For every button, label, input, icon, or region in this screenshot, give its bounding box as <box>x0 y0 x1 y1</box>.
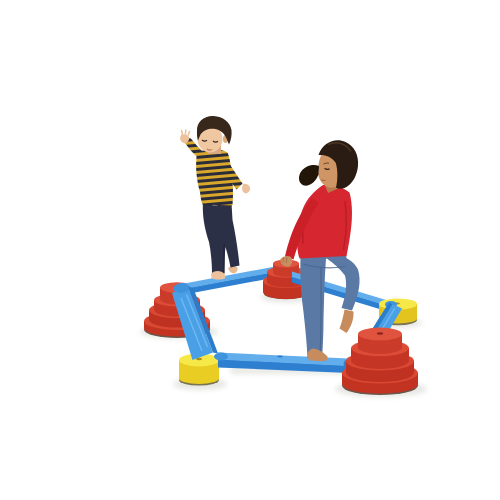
boy-shirt-torso <box>196 149 233 206</box>
stone-yellow-left <box>179 354 219 386</box>
stone-top-hole <box>377 332 383 334</box>
product-photo <box>40 16 500 500</box>
white-background <box>40 16 500 500</box>
beam-hole <box>277 355 283 357</box>
beam-end-clamp <box>214 353 228 361</box>
balance-course-photo <box>40 16 500 500</box>
plank-top-clamp <box>173 284 189 293</box>
